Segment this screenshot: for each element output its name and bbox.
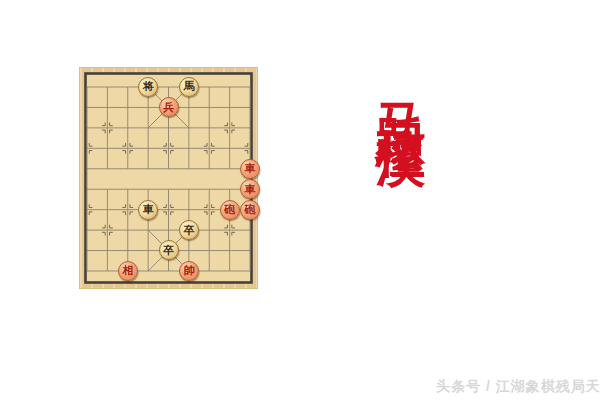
xiangqi-board: 将馬兵車車車砲砲卒卒相帥 <box>80 68 257 288</box>
piece-black-chariot[interactable]: 車 <box>138 200 158 220</box>
piece-red-chariot-2[interactable]: 車 <box>240 179 260 199</box>
pieces-layer: 将馬兵車車車砲砲卒卒相帥 <box>77 77 260 281</box>
piece-black-soldier-2[interactable]: 卒 <box>159 240 179 260</box>
page: 将馬兵車車車砲砲卒卒相帥 马跃檀溪 头条号 / 江湖象棋残局天 <box>0 0 600 400</box>
piece-black-soldier-1[interactable]: 卒 <box>179 220 199 240</box>
piece-black-horse[interactable]: 馬 <box>179 77 199 97</box>
piece-red-cannon-2[interactable]: 砲 <box>240 200 260 220</box>
piece-black-general[interactable]: 将 <box>138 77 158 97</box>
piece-red-chariot-1[interactable]: 車 <box>240 159 260 179</box>
piece-red-elephant[interactable]: 相 <box>118 261 138 281</box>
piece-red-soldier[interactable]: 兵 <box>159 97 179 117</box>
watermark: 头条号 / 江湖象棋残局天 <box>436 378 600 396</box>
puzzle-title: 马跃檀溪 <box>368 64 435 314</box>
piece-red-general[interactable]: 帥 <box>179 261 199 281</box>
piece-red-cannon-1[interactable]: 砲 <box>220 200 240 220</box>
